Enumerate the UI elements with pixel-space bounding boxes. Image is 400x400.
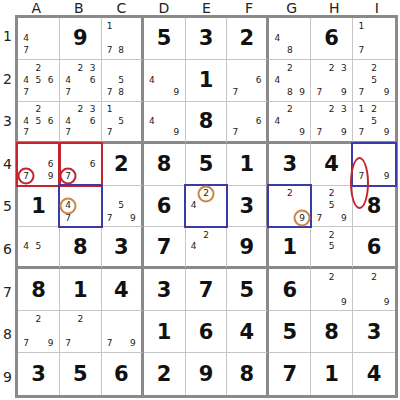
cell-H9[interactable]: 1 [311,353,353,395]
candidate-empty [62,146,74,158]
candidate-empty [45,241,57,253]
col-label-B: B [58,0,101,15]
cell-G6[interactable]: 1 [269,227,311,269]
cell-value: 8 [60,227,101,266]
cell-C5[interactable]: 579 [102,186,144,228]
candidate-empty [313,253,325,265]
red-circle-candidate-7: 7 [20,170,32,182]
cell-B3[interactable]: 23467 [60,102,102,144]
cell-E8[interactable]: 6 [186,311,228,353]
candidate-empty [326,212,338,224]
cell-B4[interactable]: 67 [60,144,102,186]
candidate-empty [20,253,32,265]
candidate-7: 7 [20,338,32,350]
candidate-grid: 2379 [313,62,350,99]
candidate-grid: 279 [20,313,57,350]
candidate-empty [115,127,127,139]
candidate-empty [338,271,350,283]
candidate-grid: 157 [104,104,139,139]
candidate-grid: 23467 [62,62,99,99]
candidate-empty [127,200,139,212]
candidate-empty [127,20,139,32]
candidate-9: 9 [380,296,393,308]
cell-value: 1 [144,311,185,352]
candidate-4: 4 [62,74,74,86]
cell-D2[interactable]: 49 [144,60,186,102]
candidate-empty [355,296,368,308]
candidate-4: 4 [62,115,74,127]
cell-F4[interactable]: 1 [227,144,269,186]
candidate-empty [296,62,308,74]
cell-H8[interactable]: 8 [311,311,353,353]
cell-value: 8 [353,186,395,227]
cell-I1[interactable]: 17 [353,18,395,60]
candidate-empty [170,115,182,127]
candidate-grid: 49 [146,62,183,99]
row-label-2: 2 [0,58,15,101]
candidate-6: 6 [45,115,57,127]
candidate-empty [45,32,57,44]
candidate-empty [355,62,368,74]
candidate-7: 7 [355,86,368,98]
candidate-empty [338,74,350,86]
cell-B1[interactable]: 9 [60,18,102,60]
candidate-empty [380,271,393,283]
cell-value: 6 [186,311,227,352]
cell-E2[interactable]: 1 [186,60,228,102]
candidate-empty [380,284,393,296]
candidate-empty [74,86,86,98]
candidate-grid: 24 [188,229,225,264]
candidate-empty [32,158,44,170]
cell-A5[interactable]: 1 [18,186,60,228]
cell-A8[interactable]: 279 [18,311,60,353]
cell-G2[interactable]: 2489 [269,60,311,102]
candidate-4: 4 [20,241,32,253]
cell-F5[interactable]: 3 [227,186,269,228]
candidate-empty [355,146,368,158]
candidate-empty [271,45,283,57]
candidate-empty [188,253,200,265]
candidate-empty [338,241,350,253]
cell-I9[interactable]: 4 [353,353,395,395]
candidate-empty [380,45,393,57]
candidate-empty [284,200,296,212]
cell-value: 3 [144,269,185,310]
candidate-grid: 47 [20,20,57,57]
candidate-2: 2 [326,62,338,74]
cell-value: 6 [102,353,141,395]
cell-C3[interactable]: 157 [102,102,144,144]
cell-C2[interactable]: 578 [102,60,144,102]
cell-F1[interactable]: 2 [227,18,269,60]
candidate-2: 2 [368,104,381,116]
candidate-empty [355,284,368,296]
candidate-empty [212,241,224,253]
cell-F9[interactable]: 8 [227,353,269,395]
cell-E1[interactable]: 3 [186,18,228,60]
cell-I3[interactable]: 12579 [353,102,395,144]
candidate-empty [284,127,296,139]
cell-H2[interactable]: 2379 [311,60,353,102]
cell-H3[interactable]: 2379 [311,102,353,144]
candidate-empty [146,62,158,74]
cell-E5[interactable]: 24 [186,186,228,228]
candidate-empty [212,212,224,224]
cell-I5[interactable]: 8 [353,186,395,228]
candidate-empty [241,104,253,116]
candidate-empty [355,74,368,86]
candidate-empty [115,326,127,338]
candidate-empty [86,170,98,182]
cell-A7[interactable]: 8 [18,269,60,311]
candidate-grid: 679 [20,146,57,183]
candidate-empty [380,32,393,44]
candidate-empty [368,158,381,170]
candidate-empty [146,104,158,116]
cell-D4[interactable]: 8 [144,144,186,186]
candidate-empty [62,62,74,74]
candidate-6: 6 [253,74,265,86]
candidate-empty [313,115,325,127]
candidate-empty [170,104,182,116]
candidate-empty [380,20,393,32]
cell-value: 8 [144,144,185,185]
cell-E7[interactable]: 7 [186,269,228,311]
candidate-empty [241,62,253,74]
cell-E3[interactable]: 8 [186,102,228,144]
cell-G5[interactable]: 29 [269,186,311,228]
candidate-9: 9 [170,86,182,98]
cell-value: 8 [227,353,266,395]
candidate-grid: 49 [146,104,183,139]
candidate-empty [45,45,57,57]
candidate-empty [74,326,86,338]
candidate-empty [115,104,127,116]
candidate-empty [32,146,44,158]
candidate-empty [284,115,296,127]
candidate-empty [20,229,32,241]
cell-H4[interactable]: 4 [311,144,353,186]
candidate-empty [271,127,283,139]
candidate-empty [271,62,283,74]
candidate-empty [127,313,139,325]
cell-value: 4 [311,144,352,185]
cell-value: 2 [102,144,141,185]
col-label-G: G [270,0,313,15]
cell-value: 6 [269,269,310,310]
candidate-empty [368,45,381,57]
candidate-7: 7 [313,212,325,224]
candidate-empty [32,86,44,98]
candidate-1: 1 [104,20,116,32]
cell-value: 1 [269,227,310,266]
row-label-4: 4 [0,143,15,186]
cell-I6[interactable]: 6 [353,227,395,269]
candidate-9: 9 [380,170,393,182]
cell-D6[interactable]: 7 [144,227,186,269]
row-label-9: 9 [0,355,15,398]
candidate-7: 7 [313,127,325,139]
candidate-9: 9 [127,338,139,350]
candidate-empty [284,20,296,32]
cell-value: 7 [144,227,185,266]
candidate-empty [62,313,74,325]
candidate-empty [127,188,139,200]
candidate-empty [284,32,296,44]
candidate-empty [296,20,308,32]
cell-F8[interactable]: 4 [227,311,269,353]
candidate-empty [355,115,368,127]
candidate-empty [338,115,350,127]
candidate-empty [271,188,283,200]
candidate-empty [229,62,241,74]
candidate-empty [104,115,116,127]
candidate-empty [86,86,98,98]
cell-B5[interactable]: 47 [60,186,102,228]
candidate-7: 7 [20,86,32,98]
cell-G1[interactable]: 48 [269,18,311,60]
cell-value: 9 [186,353,227,395]
candidate-grid: 47 [62,188,99,225]
candidate-empty [271,20,283,32]
row-label-5: 5 [0,185,15,228]
candidate-empty [32,32,44,44]
row-label-7: 7 [0,270,15,313]
candidate-2: 2 [326,104,338,116]
candidate-empty [380,146,393,158]
cell-value: 8 [311,311,352,352]
candidate-empty [368,170,381,182]
candidate-empty [253,62,265,74]
column-labels: ABCDEFGHI [15,0,398,15]
candidate-empty [74,212,86,224]
cell-value: 5 [269,311,310,352]
candidate-empty [115,212,127,224]
cell-value: 3 [102,227,141,266]
cell-I8[interactable]: 3 [353,311,395,353]
candidate-grid: 67 [229,104,264,139]
cell-E6[interactable]: 24 [186,227,228,269]
candidate-9: 9 [380,127,393,139]
cell-B8[interactable]: 27 [60,311,102,353]
candidate-grid: 67 [62,146,99,183]
candidate-empty [127,115,139,127]
candidate-7: 7 [229,86,241,98]
candidate-6: 6 [45,74,57,86]
candidate-empty [115,338,127,350]
candidate-empty [127,326,139,338]
candidate-empty [62,104,74,116]
candidate-empty [368,86,381,98]
cell-value: 3 [18,353,59,395]
candidate-empty [86,127,98,139]
candidate-2: 2 [326,271,338,283]
candidate-empty [212,253,224,265]
candidate-empty [296,45,308,57]
candidate-6: 6 [253,115,265,127]
candidate-grid: 29 [271,188,308,225]
cell-B2[interactable]: 23467 [60,60,102,102]
col-label-I: I [355,0,398,15]
cell-C6[interactable]: 3 [102,227,144,269]
cell-E4[interactable]: 5 [186,144,228,186]
candidate-empty [158,86,170,98]
cell-D7[interactable]: 3 [144,269,186,311]
candidate-grid: 79 [355,146,393,183]
cell-I2[interactable]: 2579 [353,60,395,102]
candidate-empty [313,200,325,212]
candidate-empty [146,127,158,139]
cell-D9[interactable]: 2 [144,353,186,395]
candidate-empty [368,32,381,44]
candidate-3: 3 [338,62,350,74]
candidate-3: 3 [338,104,350,116]
candidate-4: 4 [146,115,158,127]
cell-A1[interactable]: 47 [18,18,60,60]
candidate-empty [368,20,381,32]
candidate-1: 1 [104,104,116,116]
candidate-9: 9 [338,212,350,224]
cell-value: 6 [144,186,185,227]
orange-circle-candidate-2: 2 [200,188,212,200]
candidate-9: 9 [45,170,57,182]
candidate-empty [104,313,116,325]
cell-F6[interactable]: 9 [227,227,269,269]
candidate-empty [188,229,200,241]
candidate-empty [20,313,32,325]
candidate-9: 9 [45,338,57,350]
cell-C1[interactable]: 178 [102,18,144,60]
candidate-empty [355,271,368,283]
candidate-empty [74,158,86,170]
candidate-4: 4 [271,74,283,86]
candidate-empty [127,86,139,98]
cell-G4[interactable]: 3 [269,144,311,186]
cell-H1[interactable]: 6 [311,18,353,60]
cell-value: 7 [269,353,310,395]
candidate-5: 5 [326,200,338,212]
cell-D1[interactable]: 5 [144,18,186,60]
candidate-5: 5 [32,115,44,127]
candidate-empty [212,229,224,241]
candidate-2: 2 [32,313,44,325]
cell-B9[interactable]: 5 [60,353,102,395]
cell-I4[interactable]: 79 [353,144,395,186]
candidate-empty [45,20,57,32]
candidate-empty [86,212,98,224]
candidate-empty [32,229,44,241]
cell-I7[interactable]: 29 [353,269,395,311]
candidate-empty [284,74,296,86]
candidate-empty [200,253,212,265]
candidate-empty [296,74,308,86]
cell-F2[interactable]: 67 [227,60,269,102]
cell-C4[interactable]: 2 [102,144,144,186]
candidate-empty [127,104,139,116]
candidate-empty [253,104,265,116]
candidate-empty [20,326,32,338]
cell-value: 6 [353,227,395,266]
candidate-grid: 79 [104,313,139,350]
candidate-6: 6 [45,158,57,170]
candidate-empty [313,296,325,308]
candidate-8: 8 [115,45,127,57]
cell-H6[interactable]: 25 [311,227,353,269]
candidate-7: 7 [104,86,116,98]
cell-D8[interactable]: 1 [144,311,186,353]
cell-D3[interactable]: 49 [144,102,186,144]
cell-value: 1 [186,60,227,101]
candidate-empty [158,62,170,74]
cell-A2[interactable]: 24567 [18,60,60,102]
candidate-empty [241,127,253,139]
cell-F3[interactable]: 67 [227,102,269,144]
candidate-empty [212,200,224,212]
cell-A4[interactable]: 679 [18,144,60,186]
candidate-5: 5 [115,74,127,86]
cell-C8[interactable]: 79 [102,311,144,353]
candidate-7: 7 [62,338,74,350]
candidate-empty [380,104,393,116]
cell-value: 3 [186,18,227,59]
candidate-grid: 29 [313,271,350,308]
candidate-2: 2 [74,313,86,325]
candidate-empty [338,229,350,241]
candidate-empty [326,296,338,308]
cell-value: 1 [227,144,266,185]
candidate-empty [188,212,200,224]
cell-G8[interactable]: 5 [269,311,311,353]
cell-E9[interactable]: 9 [186,353,228,395]
cell-A3[interactable]: 24567 [18,102,60,144]
cell-D5[interactable]: 6 [144,186,186,228]
candidate-grid: 27 [62,313,99,350]
cell-H5[interactable]: 2579 [311,186,353,228]
candidate-2: 2 [284,188,296,200]
candidate-7: 7 [20,45,32,57]
cell-G7[interactable]: 6 [269,269,311,311]
cell-H7[interactable]: 29 [311,269,353,311]
orange-circle-candidate-9: 9 [296,212,308,224]
cell-B7[interactable]: 1 [60,269,102,311]
candidate-empty [146,86,158,98]
cell-value: 1 [311,353,352,395]
cell-F7[interactable]: 5 [227,269,269,311]
candidate-7: 7 [355,127,368,139]
candidate-empty [45,326,57,338]
candidate-grid: 2579 [355,62,393,99]
cell-G9[interactable]: 7 [269,353,311,395]
candidate-4: 4 [20,74,32,86]
candidate-empty [296,32,308,44]
candidate-empty [104,32,116,44]
candidate-grid: 25 [313,229,350,264]
cell-C7[interactable]: 4 [102,269,144,311]
candidate-5: 5 [32,241,44,253]
candidate-4: 4 [271,115,283,127]
cell-G3[interactable]: 249 [269,102,311,144]
cell-A9[interactable]: 3 [18,353,60,395]
cell-A6[interactable]: 45 [18,227,60,269]
cell-B6[interactable]: 8 [60,227,102,269]
candidate-grid: 45 [20,229,57,264]
col-label-A: A [15,0,58,15]
candidate-5: 5 [115,115,127,127]
candidate-empty [158,74,170,86]
candidate-grid: 48 [271,20,308,57]
cell-C9[interactable]: 6 [102,353,144,395]
